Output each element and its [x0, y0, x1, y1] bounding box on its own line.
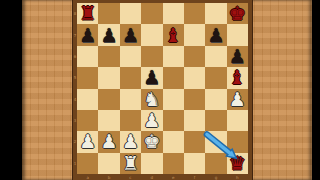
- rank-label: 2: [73, 131, 77, 152]
- square-d3[interactable]: ♟: [141, 110, 162, 131]
- square-e3[interactable]: [163, 110, 184, 131]
- piece-black-pawn[interactable]: ♟: [205, 24, 226, 45]
- square-d1[interactable]: [141, 153, 162, 174]
- piece-black-bishop[interactable]: ♝: [163, 24, 184, 45]
- square-f3[interactable]: [184, 110, 205, 131]
- square-b8[interactable]: [98, 3, 119, 24]
- square-c6[interactable]: [120, 46, 141, 67]
- square-g3[interactable]: [205, 110, 226, 131]
- square-b4[interactable]: [98, 89, 119, 110]
- square-a6[interactable]: [77, 46, 98, 67]
- file-label: g: [205, 174, 226, 180]
- rank-label: 4: [73, 89, 77, 110]
- square-a5[interactable]: [77, 67, 98, 88]
- rank-label: 3: [73, 110, 77, 131]
- square-a4[interactable]: [77, 89, 98, 110]
- square-c2[interactable]: ♟: [120, 131, 141, 152]
- square-f5[interactable]: [184, 67, 205, 88]
- square-d5[interactable]: ♟: [141, 67, 162, 88]
- square-f4[interactable]: [184, 89, 205, 110]
- square-b5[interactable]: [98, 67, 119, 88]
- square-d4[interactable]: ♞: [141, 89, 162, 110]
- rank-label: 7: [73, 24, 77, 45]
- square-g6[interactable]: [205, 46, 226, 67]
- square-e2[interactable]: [163, 131, 184, 152]
- square-b6[interactable]: [98, 46, 119, 67]
- square-a3[interactable]: [77, 110, 98, 131]
- piece-black-bishop[interactable]: ♝: [227, 67, 248, 88]
- file-labels: abcdefgh: [77, 174, 248, 180]
- file-label: f: [184, 174, 205, 180]
- piece-black-rook[interactable]: ♜: [77, 3, 98, 24]
- file-label: e: [163, 174, 184, 180]
- letterbox-right: [312, 0, 320, 180]
- square-h3[interactable]: [227, 110, 248, 131]
- square-b2[interactable]: ♟: [98, 131, 119, 152]
- letterbox-left: [0, 0, 22, 180]
- square-g7[interactable]: ♟: [205, 24, 226, 45]
- square-f8[interactable]: [184, 3, 205, 24]
- square-e1[interactable]: [163, 153, 184, 174]
- piece-white-pawn[interactable]: ♟: [120, 131, 141, 152]
- square-g2[interactable]: [205, 131, 226, 152]
- piece-white-knight[interactable]: ♞: [141, 89, 162, 110]
- square-e4[interactable]: [163, 89, 184, 110]
- file-label: d: [141, 174, 162, 180]
- piece-black-pawn[interactable]: ♟: [141, 67, 162, 88]
- square-f7[interactable]: [184, 24, 205, 45]
- square-c4[interactable]: [120, 89, 141, 110]
- square-a1[interactable]: [77, 153, 98, 174]
- square-f1[interactable]: [184, 153, 205, 174]
- file-label: h: [227, 174, 248, 180]
- square-g5[interactable]: [205, 67, 226, 88]
- square-b3[interactable]: [98, 110, 119, 131]
- piece-white-pawn[interactable]: ♟: [98, 131, 119, 152]
- square-e7[interactable]: ♝: [163, 24, 184, 45]
- square-c8[interactable]: [120, 3, 141, 24]
- piece-black-queen[interactable]: ♛: [227, 153, 248, 174]
- square-c3[interactable]: [120, 110, 141, 131]
- piece-black-pawn[interactable]: ♟: [227, 46, 248, 67]
- piece-white-pawn[interactable]: ♟: [141, 110, 162, 131]
- file-label: c: [120, 174, 141, 180]
- file-label: a: [77, 174, 98, 180]
- rank-labels: 87654321: [73, 3, 77, 174]
- square-b1[interactable]: [98, 153, 119, 174]
- square-e6[interactable]: [163, 46, 184, 67]
- square-d8[interactable]: [141, 3, 162, 24]
- piece-black-pawn[interactable]: ♟: [120, 24, 141, 45]
- square-h2[interactable]: [227, 131, 248, 152]
- square-g1[interactable]: [205, 153, 226, 174]
- square-f2[interactable]: [184, 131, 205, 152]
- square-c5[interactable]: [120, 67, 141, 88]
- piece-black-king[interactable]: ♚: [227, 3, 248, 24]
- square-h8[interactable]: ♚: [227, 3, 248, 24]
- square-d7[interactable]: [141, 24, 162, 45]
- square-h4[interactable]: ♟: [227, 89, 248, 110]
- square-e8[interactable]: [163, 3, 184, 24]
- chess-board[interactable]: ♜♚♟♟♟♝♟♟♟♝♞♟♟♟♟♟♚♜♛: [77, 3, 248, 174]
- square-g8[interactable]: [205, 3, 226, 24]
- piece-white-pawn[interactable]: ♟: [77, 131, 98, 152]
- square-h7[interactable]: [227, 24, 248, 45]
- square-h1[interactable]: ♛: [227, 153, 248, 174]
- square-a2[interactable]: ♟: [77, 131, 98, 152]
- square-e5[interactable]: [163, 67, 184, 88]
- video-frame: ♜♚♟♟♟♝♟♟♟♝♞♟♟♟♟♟♚♜♛ abcdefgh 87654321: [0, 0, 320, 180]
- piece-white-pawn[interactable]: ♟: [227, 89, 248, 110]
- square-c7[interactable]: ♟: [120, 24, 141, 45]
- square-c1[interactable]: ♜: [120, 153, 141, 174]
- square-h6[interactable]: ♟: [227, 46, 248, 67]
- square-a8[interactable]: ♜: [77, 3, 98, 24]
- square-d6[interactable]: [141, 46, 162, 67]
- square-b7[interactable]: ♟: [98, 24, 119, 45]
- square-h5[interactable]: ♝: [227, 67, 248, 88]
- piece-black-pawn[interactable]: ♟: [98, 24, 119, 45]
- square-a7[interactable]: ♟: [77, 24, 98, 45]
- piece-white-rook[interactable]: ♜: [120, 153, 141, 174]
- rank-label: 8: [73, 3, 77, 24]
- square-d2[interactable]: ♚: [141, 131, 162, 152]
- rank-label: 6: [73, 46, 77, 67]
- file-label: b: [98, 174, 119, 180]
- rank-label: 5: [73, 67, 77, 88]
- piece-white-king[interactable]: ♚: [141, 131, 162, 152]
- square-f6[interactable]: [184, 46, 205, 67]
- rank-label: 1: [73, 153, 77, 174]
- square-g4[interactable]: [205, 89, 226, 110]
- chess-board-frame: ♜♚♟♟♟♝♟♟♟♝♞♟♟♟♟♟♚♜♛ abcdefgh 87654321: [72, 0, 253, 180]
- piece-black-pawn[interactable]: ♟: [77, 24, 98, 45]
